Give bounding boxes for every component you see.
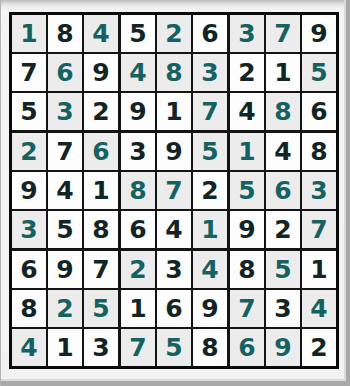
cell-r3c6: 7	[193, 93, 227, 130]
cell-r9c4: 7	[121, 329, 155, 366]
cell-r4c6: 5	[193, 133, 227, 170]
cell-r3c1[interactable]: 5	[12, 93, 46, 130]
cell-r8c7: 7	[230, 290, 264, 327]
cell-r1c8: 7	[266, 15, 300, 52]
cell-r1c2[interactable]: 8	[48, 15, 82, 52]
cell-r4c5[interactable]: 9	[157, 133, 191, 170]
cell-r2c4: 4	[121, 54, 155, 91]
cell-r8c8[interactable]: 3	[266, 290, 300, 327]
cell-r2c3[interactable]: 9	[84, 54, 118, 91]
cell-r5c2[interactable]: 4	[48, 172, 82, 209]
cell-r4c9[interactable]: 8	[302, 133, 336, 170]
cell-r7c5[interactable]: 3	[157, 251, 191, 288]
cell-r2c7[interactable]: 2	[230, 54, 264, 91]
cell-r7c2[interactable]: 9	[48, 251, 82, 288]
cell-r2c1[interactable]: 7	[12, 54, 46, 91]
cell-r9c3[interactable]: 3	[84, 329, 118, 366]
cell-r8c2: 2	[48, 290, 82, 327]
cell-r3c8: 8	[266, 93, 300, 130]
cell-r3c3[interactable]: 2	[84, 93, 118, 130]
cell-r6c1: 3	[12, 211, 46, 248]
cell-r7c3[interactable]: 7	[84, 251, 118, 288]
cell-r9c1: 4	[12, 329, 46, 366]
cell-r8c1[interactable]: 8	[12, 290, 46, 327]
cell-r4c4[interactable]: 3	[121, 133, 155, 170]
cell-r6c2[interactable]: 5	[48, 211, 82, 248]
cell-r9c5: 5	[157, 329, 191, 366]
cell-r4c7: 1	[230, 133, 264, 170]
cell-r8c6[interactable]: 9	[193, 290, 227, 327]
cell-r9c8: 9	[266, 329, 300, 366]
cell-r6c6: 1	[193, 211, 227, 248]
cell-r6c3[interactable]: 8	[84, 211, 118, 248]
cell-r8c4[interactable]: 1	[121, 290, 155, 327]
cell-r3c4[interactable]: 9	[121, 93, 155, 130]
cell-r7c6: 4	[193, 251, 227, 288]
cell-r5c6[interactable]: 2	[193, 172, 227, 209]
cell-r1c5: 2	[157, 15, 191, 52]
cell-r8c9: 4	[302, 290, 336, 327]
cell-r6c9: 7	[302, 211, 336, 248]
cell-r7c4: 2	[121, 251, 155, 288]
cell-r6c5[interactable]: 4	[157, 211, 191, 248]
cell-r1c9[interactable]: 9	[302, 15, 336, 52]
cell-r7c8: 5	[266, 251, 300, 288]
cell-r3c5[interactable]: 1	[157, 93, 191, 130]
cell-r1c3: 4	[84, 15, 118, 52]
cell-r5c5: 7	[157, 172, 191, 209]
cell-r5c4: 8	[121, 172, 155, 209]
cell-r4c2[interactable]: 7	[48, 133, 82, 170]
cell-r2c2: 6	[48, 54, 82, 91]
sudoku-board: 1845263797694832155329174862763951489418…	[9, 12, 339, 369]
cell-r5c9: 3	[302, 172, 336, 209]
cell-r9c6[interactable]: 8	[193, 329, 227, 366]
cell-r2c9: 5	[302, 54, 336, 91]
cell-r9c2[interactable]: 1	[48, 329, 82, 366]
cell-r9c7: 6	[230, 329, 264, 366]
cell-r8c5[interactable]: 6	[157, 290, 191, 327]
cell-r4c1: 2	[12, 133, 46, 170]
cell-r2c5: 8	[157, 54, 191, 91]
cell-r5c8: 6	[266, 172, 300, 209]
cell-r3c9[interactable]: 6	[302, 93, 336, 130]
cell-r1c6[interactable]: 6	[193, 15, 227, 52]
cell-r5c1[interactable]: 9	[12, 172, 46, 209]
cell-r4c3: 6	[84, 133, 118, 170]
cell-r3c7[interactable]: 4	[230, 93, 264, 130]
cell-r2c8[interactable]: 1	[266, 54, 300, 91]
cell-r6c7[interactable]: 9	[230, 211, 264, 248]
cell-r3c2: 3	[48, 93, 82, 130]
cell-r8c3: 5	[84, 290, 118, 327]
cell-r2c6: 3	[193, 54, 227, 91]
cell-r7c7[interactable]: 8	[230, 251, 264, 288]
cell-r7c1[interactable]: 6	[12, 251, 46, 288]
cell-r5c3[interactable]: 1	[84, 172, 118, 209]
cell-r7c9[interactable]: 1	[302, 251, 336, 288]
cell-r6c4[interactable]: 6	[121, 211, 155, 248]
cell-r6c8[interactable]: 2	[266, 211, 300, 248]
cell-r1c7: 3	[230, 15, 264, 52]
cell-r4c8[interactable]: 4	[266, 133, 300, 170]
cell-r9c9[interactable]: 2	[302, 329, 336, 366]
applet-frame: 1845263797694832155329174862763951489418…	[0, 0, 350, 386]
cell-r1c1: 1	[12, 15, 46, 52]
cell-r1c4[interactable]: 5	[121, 15, 155, 52]
cell-r5c7: 5	[230, 172, 264, 209]
